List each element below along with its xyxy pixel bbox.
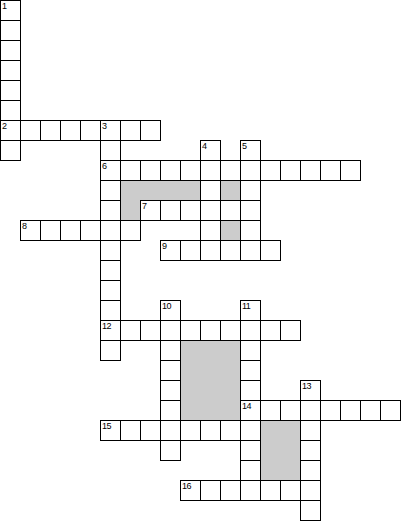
cell[interactable]	[120, 160, 141, 181]
clue-number: 7	[141, 201, 160, 211]
cell[interactable]: 12	[100, 320, 121, 341]
cell[interactable]: 6	[100, 160, 121, 181]
clue-number: 3	[101, 121, 120, 131]
cell[interactable]	[140, 160, 161, 181]
cell[interactable]	[280, 320, 301, 341]
cell[interactable]	[200, 220, 221, 241]
cell[interactable]	[240, 180, 261, 201]
cell[interactable]	[220, 200, 241, 221]
clue-number: 4	[201, 141, 220, 151]
cell[interactable]	[260, 320, 281, 341]
cell[interactable]	[240, 420, 261, 441]
cell[interactable]	[340, 400, 361, 421]
cell[interactable]	[220, 320, 241, 341]
cell[interactable]	[0, 20, 21, 41]
clue-number: 16	[181, 481, 200, 491]
clue-number: 13	[301, 381, 320, 391]
cell[interactable]: 2	[0, 120, 21, 141]
cell[interactable]: 13	[300, 380, 321, 401]
clue-number: 10	[161, 301, 180, 311]
clue-number: 1	[1, 1, 20, 11]
cell[interactable]	[60, 120, 81, 141]
clue-number: 15	[101, 421, 120, 431]
cell[interactable]: 4	[200, 140, 221, 161]
cell[interactable]: 14	[240, 400, 261, 421]
clue-number: 9	[161, 241, 180, 251]
clue-number: 2	[1, 121, 20, 131]
cell[interactable]	[200, 320, 221, 341]
cell[interactable]	[240, 340, 261, 361]
cell[interactable]	[240, 380, 261, 401]
cell[interactable]	[160, 440, 181, 461]
cell[interactable]	[360, 400, 381, 421]
clue-number: 6	[101, 161, 120, 171]
cell[interactable]: 16	[180, 480, 201, 501]
cell[interactable]	[200, 200, 221, 221]
cell[interactable]	[200, 480, 221, 501]
cell[interactable]	[100, 300, 121, 321]
cell[interactable]	[140, 320, 161, 341]
cell[interactable]	[100, 140, 121, 161]
clue-number: 11	[241, 301, 260, 311]
cell[interactable]	[220, 240, 241, 261]
cell[interactable]	[140, 420, 161, 441]
page: 12345678910111213141516	[0, 0, 401, 521]
cell[interactable]	[300, 480, 321, 501]
cell[interactable]	[240, 160, 261, 181]
cell[interactable]	[0, 80, 21, 101]
cell[interactable]	[280, 400, 301, 421]
cell[interactable]	[220, 420, 241, 441]
cell[interactable]	[300, 160, 321, 181]
cell[interactable]	[0, 100, 21, 121]
cell[interactable]: 7	[140, 200, 161, 221]
cell[interactable]	[160, 320, 181, 341]
crossword-board: 12345678910111213141516	[0, 0, 401, 521]
cell[interactable]	[100, 240, 121, 261]
cell[interactable]: 15	[100, 420, 121, 441]
cell[interactable]	[160, 420, 181, 441]
cell[interactable]	[160, 200, 181, 221]
shaded-block	[260, 420, 300, 480]
cell[interactable]	[260, 400, 281, 421]
cell[interactable]	[260, 480, 281, 501]
cell[interactable]	[0, 40, 21, 61]
cell[interactable]	[300, 420, 321, 441]
shaded-block	[180, 340, 240, 420]
cell[interactable]	[120, 120, 141, 141]
cell[interactable]	[300, 500, 321, 521]
cell[interactable]	[100, 180, 121, 201]
cell[interactable]	[240, 460, 261, 481]
cell[interactable]	[40, 220, 61, 241]
cell[interactable]	[300, 400, 321, 421]
cell[interactable]	[160, 400, 181, 421]
cell[interactable]	[260, 160, 281, 181]
cell[interactable]	[100, 280, 121, 301]
cell[interactable]: 5	[240, 140, 261, 161]
cell[interactable]	[320, 400, 341, 421]
cell[interactable]	[300, 440, 321, 461]
cell[interactable]	[200, 160, 221, 181]
cell[interactable]	[280, 160, 301, 181]
cell[interactable]	[180, 240, 201, 261]
cell[interactable]	[120, 420, 141, 441]
shaded-block	[120, 180, 200, 200]
cell[interactable]	[200, 420, 221, 441]
cell[interactable]	[180, 320, 201, 341]
cell[interactable]: 10	[160, 300, 181, 321]
cell[interactable]	[160, 360, 181, 381]
cell[interactable]	[100, 200, 121, 221]
cell[interactable]	[280, 480, 301, 501]
cell[interactable]	[160, 340, 181, 361]
cell[interactable]: 11	[240, 300, 261, 321]
cell[interactable]	[160, 160, 181, 181]
cell[interactable]: 8	[20, 220, 41, 241]
shaded-block	[220, 220, 240, 240]
cell[interactable]	[80, 220, 101, 241]
clue-number: 12	[101, 321, 120, 331]
cell[interactable]: 3	[100, 120, 121, 141]
cell[interactable]	[260, 240, 281, 261]
cell[interactable]	[240, 200, 261, 221]
cell[interactable]	[80, 120, 101, 141]
clue-number: 5	[241, 141, 260, 151]
cell[interactable]	[240, 360, 261, 381]
cell[interactable]	[300, 460, 321, 481]
cell[interactable]	[120, 320, 141, 341]
clue-number: 14	[241, 401, 260, 411]
cell[interactable]	[200, 180, 221, 201]
cell[interactable]	[220, 480, 241, 501]
cell[interactable]	[40, 120, 61, 141]
cell[interactable]: 9	[160, 240, 181, 261]
cell[interactable]	[240, 220, 261, 241]
shaded-block	[120, 200, 140, 220]
clue-number: 8	[21, 221, 40, 231]
cell[interactable]	[120, 220, 141, 241]
cell[interactable]	[160, 380, 181, 401]
cell[interactable]	[340, 160, 361, 181]
shaded-block	[220, 180, 240, 200]
cell[interactable]	[200, 240, 221, 261]
cell[interactable]	[100, 220, 121, 241]
cell[interactable]	[0, 140, 21, 161]
cell[interactable]	[0, 60, 21, 81]
cell[interactable]	[240, 440, 261, 461]
cell[interactable]	[220, 160, 241, 181]
cell[interactable]	[180, 420, 201, 441]
cell[interactable]	[240, 480, 261, 501]
cell[interactable]	[240, 320, 261, 341]
cell[interactable]	[140, 120, 161, 141]
cell[interactable]	[180, 200, 201, 221]
cell[interactable]	[380, 400, 401, 421]
cell[interactable]	[320, 160, 341, 181]
cell[interactable]	[240, 240, 261, 261]
cell[interactable]: 1	[0, 0, 21, 21]
cell[interactable]	[180, 160, 201, 181]
cell[interactable]	[100, 260, 121, 281]
cell[interactable]	[20, 120, 41, 141]
cell[interactable]	[100, 340, 121, 361]
cell[interactable]	[60, 220, 81, 241]
